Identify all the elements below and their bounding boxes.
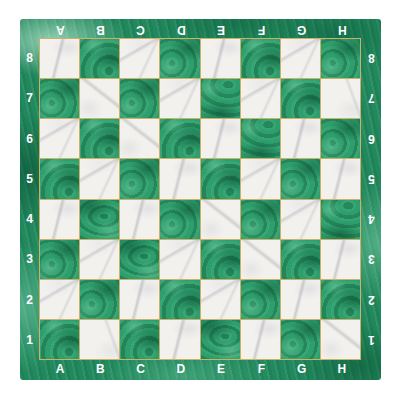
square-g2[interactable] [281, 280, 320, 319]
file-bottom-label-f: F [241, 360, 281, 379]
file-top-label-text: H [338, 24, 347, 36]
file-top-label-e: E [201, 19, 241, 38]
rank-right-label-text: 1 [368, 334, 375, 346]
square-g6[interactable] [281, 119, 320, 158]
square-h3[interactable] [321, 240, 360, 279]
square-g4[interactable] [281, 200, 320, 239]
square-g7[interactable] [281, 79, 320, 118]
square-a5[interactable] [40, 159, 79, 198]
rank-right-label-6: 6 [362, 119, 381, 159]
rank-left-label-2: 2 [20, 280, 39, 320]
file-bottom-label-text: D [177, 363, 186, 375]
square-b2[interactable] [80, 280, 119, 319]
square-c5[interactable] [120, 159, 159, 198]
square-f5[interactable] [241, 159, 280, 198]
square-b7[interactable] [80, 79, 119, 118]
square-e7[interactable] [201, 79, 240, 118]
rank-labels-right: 87654321 [362, 38, 381, 360]
file-top-label-text: G [297, 24, 306, 36]
rank-left-label-text: 1 [26, 334, 33, 346]
square-f8[interactable] [241, 39, 280, 78]
rank-right-label-4: 4 [362, 199, 381, 239]
square-e8[interactable] [201, 39, 240, 78]
square-g1[interactable] [281, 320, 320, 359]
rank-left-label-7: 7 [20, 78, 39, 118]
file-bottom-label-text: F [258, 363, 265, 375]
square-d1[interactable] [160, 320, 199, 359]
rank-left-label-4: 4 [20, 199, 39, 239]
file-top-label-text: A [56, 24, 65, 36]
rank-left-label-text: 2 [26, 294, 33, 306]
rank-right-label-text: 5 [368, 173, 375, 185]
square-b4[interactable] [80, 200, 119, 239]
square-a4[interactable] [40, 200, 79, 239]
square-h4[interactable] [321, 200, 360, 239]
square-e2[interactable] [201, 280, 240, 319]
file-top-label-text: E [217, 24, 225, 36]
square-a8[interactable] [40, 39, 79, 78]
square-f7[interactable] [241, 79, 280, 118]
square-e4[interactable] [201, 200, 240, 239]
file-bottom-label-text: G [297, 363, 306, 375]
square-e5[interactable] [201, 159, 240, 198]
chess-board: ABCDEFGH ABCDEFGH 87654321 87654321 [20, 19, 381, 380]
file-top-label-c: C [121, 19, 161, 38]
rank-left-label-text: 3 [26, 253, 33, 265]
square-h6[interactable] [321, 119, 360, 158]
file-labels-top: ABCDEFGH [40, 19, 362, 38]
rank-labels-left: 87654321 [20, 38, 39, 360]
square-f2[interactable] [241, 280, 280, 319]
file-bottom-label-c: C [121, 360, 161, 379]
square-c8[interactable] [120, 39, 159, 78]
rank-right-label-text: 2 [368, 294, 375, 306]
rank-left-label-text: 4 [26, 213, 33, 225]
file-top-label-text: B [96, 24, 105, 36]
square-h1[interactable] [321, 320, 360, 359]
rank-right-label-2: 2 [362, 280, 381, 320]
square-h8[interactable] [321, 39, 360, 78]
file-bottom-label-text: E [217, 363, 225, 375]
file-top-label-text: C [136, 24, 145, 36]
rank-right-label-text: 6 [368, 133, 375, 145]
square-h5[interactable] [321, 159, 360, 198]
square-c3[interactable] [120, 240, 159, 279]
file-bottom-label-g: G [282, 360, 322, 379]
rank-right-label-3: 3 [362, 239, 381, 279]
square-a2[interactable] [40, 280, 79, 319]
square-c1[interactable] [120, 320, 159, 359]
file-top-label-a: A [40, 19, 80, 38]
file-bottom-label-d: D [161, 360, 201, 379]
square-c6[interactable] [120, 119, 159, 158]
file-top-label-b: B [80, 19, 120, 38]
file-top-label-g: G [282, 19, 322, 38]
file-top-label-text: D [177, 24, 186, 36]
rank-left-label-6: 6 [20, 119, 39, 159]
square-d8[interactable] [160, 39, 199, 78]
square-b6[interactable] [80, 119, 119, 158]
square-b1[interactable] [80, 320, 119, 359]
square-a3[interactable] [40, 240, 79, 279]
rank-right-label-text: 3 [368, 253, 375, 265]
board-grid [39, 38, 361, 360]
file-top-label-f: F [241, 19, 281, 38]
square-c4[interactable] [120, 200, 159, 239]
rank-left-label-text: 6 [26, 133, 33, 145]
square-e1[interactable] [201, 320, 240, 359]
file-labels-bottom: ABCDEFGH [40, 360, 362, 379]
square-d5[interactable] [160, 159, 199, 198]
square-a1[interactable] [40, 320, 79, 359]
square-d3[interactable] [160, 240, 199, 279]
square-c2[interactable] [120, 280, 159, 319]
rank-left-label-8: 8 [20, 38, 39, 78]
square-d2[interactable] [160, 280, 199, 319]
rank-left-label-text: 5 [26, 173, 33, 185]
rank-right-label-1: 1 [362, 320, 381, 360]
file-bottom-label-text: C [136, 363, 145, 375]
square-d4[interactable] [160, 200, 199, 239]
rank-right-label-7: 7 [362, 78, 381, 118]
square-h7[interactable] [321, 79, 360, 118]
rank-left-label-1: 1 [20, 320, 39, 360]
rank-right-label-8: 8 [362, 38, 381, 78]
square-c7[interactable] [120, 79, 159, 118]
rank-right-label-text: 7 [368, 92, 375, 104]
rank-left-label-text: 7 [26, 92, 33, 104]
file-bottom-label-h: H [322, 360, 362, 379]
file-top-label-text: F [258, 24, 265, 36]
rank-left-label-text: 8 [26, 52, 33, 64]
file-top-label-d: D [161, 19, 201, 38]
rank-right-label-5: 5 [362, 159, 381, 199]
square-h2[interactable] [321, 280, 360, 319]
file-bottom-label-text: H [338, 363, 347, 375]
square-g3[interactable] [281, 240, 320, 279]
rank-right-label-text: 4 [368, 213, 375, 225]
file-bottom-label-text: A [56, 363, 65, 375]
square-e3[interactable] [201, 240, 240, 279]
photo-background: ABCDEFGH ABCDEFGH 87654321 87654321 [0, 0, 400, 400]
rank-left-label-3: 3 [20, 239, 39, 279]
square-a6[interactable] [40, 119, 79, 158]
square-f6[interactable] [241, 119, 280, 158]
file-bottom-label-a: A [40, 360, 80, 379]
square-g8[interactable] [281, 39, 320, 78]
square-a7[interactable] [40, 79, 79, 118]
file-bottom-label-text: B [96, 363, 105, 375]
square-f3[interactable] [241, 240, 280, 279]
square-b8[interactable] [80, 39, 119, 78]
square-g5[interactable] [281, 159, 320, 198]
rank-left-label-5: 5 [20, 159, 39, 199]
file-bottom-label-b: B [80, 360, 120, 379]
file-top-label-h: H [322, 19, 362, 38]
square-e6[interactable] [201, 119, 240, 158]
square-f1[interactable] [241, 320, 280, 359]
square-d6[interactable] [160, 119, 199, 158]
file-bottom-label-e: E [201, 360, 241, 379]
square-b3[interactable] [80, 240, 119, 279]
square-d7[interactable] [160, 79, 199, 118]
square-f4[interactable] [241, 200, 280, 239]
square-b5[interactable] [80, 159, 119, 198]
rank-right-label-text: 8 [368, 52, 375, 64]
